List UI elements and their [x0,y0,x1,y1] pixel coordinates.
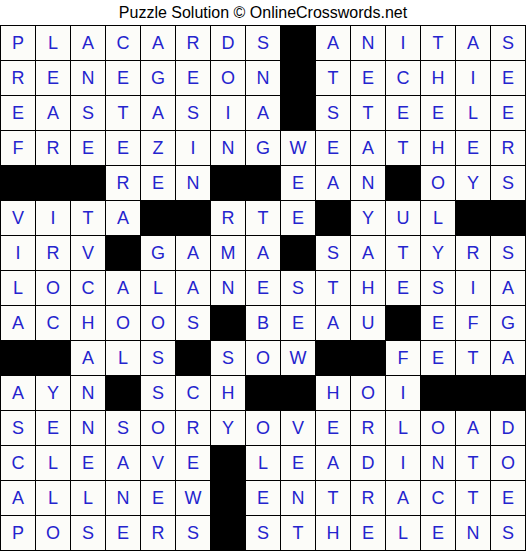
cell-letter: S [152,384,164,402]
letter-cell-r4c15: R [491,131,525,165]
cell-letter: E [292,174,304,192]
letter-cell-r10c14: T [456,341,490,375]
cell-letter: A [502,279,514,297]
letter-cell-r9c2: C [36,306,70,340]
letter-cell-r13c8: L [246,446,280,480]
letter-cell-r12c9: V [281,411,315,445]
cell-letter: E [257,489,269,507]
letter-cell-r3c15: E [491,96,525,130]
letter-cell-r8c6: A [176,271,210,305]
cell-letter: R [12,69,25,87]
letter-cell-r4c10: E [316,131,350,165]
letter-cell-r4c8: G [246,131,280,165]
cell-letter: T [468,349,479,367]
letter-cell-r13c1: C [1,446,35,480]
letter-cell-r11c7: H [211,376,245,410]
cell-letter: S [82,524,94,542]
cell-letter: I [50,209,55,227]
letter-cell-r4c11: A [351,131,385,165]
letter-cell-r1c7: D [211,26,245,60]
letter-cell-r12c13: O [421,411,455,445]
page-title: Puzzle Solution © OnlineCrosswords.net [0,0,526,25]
cell-letter: T [398,139,409,157]
cell-letter: A [327,314,339,332]
letter-cell-r12c15: D [491,411,525,445]
letter-cell-r12c3: N [71,411,105,445]
letter-cell-r6c12: U [386,201,420,235]
cell-letter: C [187,384,200,402]
cell-letter: E [257,279,269,297]
cell-letter: G [151,244,165,262]
letter-cell-r12c5: O [141,411,175,445]
block-cell-r14c7 [211,481,245,515]
cell-letter: E [502,489,514,507]
cell-letter: S [257,524,269,542]
letter-cell-r4c4: E [106,131,140,165]
cell-letter: E [82,139,94,157]
block-cell-r13c7 [211,446,245,480]
cell-letter: O [256,349,270,367]
letter-cell-r2c10: T [316,61,350,95]
cell-letter: R [362,489,375,507]
letter-cell-r1c13: T [421,26,455,60]
letter-cell-r7c13: Y [421,236,455,270]
cell-letter: H [327,524,340,542]
cell-letter: T [433,34,444,52]
letter-cell-r3c7: I [211,96,245,130]
letter-cell-r13c12: I [386,446,420,480]
cell-letter: P [12,524,24,542]
block-cell-r5c7 [211,166,245,200]
cell-letter: L [48,34,58,52]
cell-letter: L [398,419,408,437]
letter-cell-r12c2: E [36,411,70,445]
cell-letter: C [432,489,445,507]
cell-letter: T [118,104,129,122]
cell-letter: H [432,139,445,157]
cell-letter: F [398,349,409,367]
letter-cell-r8c10: T [316,271,350,305]
block-cell-r11c13 [421,376,455,410]
cell-letter: I [225,104,230,122]
letter-cell-r12c12: L [386,411,420,445]
letter-cell-r9c1: A [1,306,35,340]
letter-cell-r5c4: R [106,166,140,200]
cell-letter: E [117,139,129,157]
letter-cell-r15c14: N [456,516,490,550]
letter-cell-r5c13: O [421,166,455,200]
cell-letter: S [82,104,94,122]
letter-cell-r14c11: R [351,481,385,515]
letter-cell-r11c10: H [316,376,350,410]
letter-cell-r2c2: E [36,61,70,95]
letter-cell-r2c7: O [211,61,245,95]
cell-letter: E [432,349,444,367]
block-cell-r11c8 [246,376,280,410]
cell-letter: E [12,104,24,122]
letter-cell-r5c11: N [351,166,385,200]
letter-cell-r5c15: S [491,166,525,200]
cell-letter: S [502,34,514,52]
letter-cell-r9c10: A [316,306,350,340]
letter-cell-r12c10: E [316,411,350,445]
letter-cell-r1c15: S [491,26,525,60]
cell-letter: L [13,279,23,297]
letter-cell-r6c2: I [36,201,70,235]
letter-cell-r6c4: A [106,201,140,235]
cell-letter: A [467,34,479,52]
cell-letter: Y [467,174,479,192]
block-cell-r6c5 [141,201,175,235]
letter-cell-r14c13: C [421,481,455,515]
cell-letter: M [221,244,236,262]
cell-letter: R [187,419,200,437]
cell-letter: E [397,279,409,297]
letter-cell-r5c6: N [176,166,210,200]
cell-letter: R [502,139,515,157]
letter-cell-r4c1: F [1,131,35,165]
letter-cell-r15c6: S [176,516,210,550]
cell-letter: L [433,209,443,227]
letter-cell-r11c12: I [386,376,420,410]
letter-cell-r11c1: A [1,376,35,410]
cell-letter: T [328,69,339,87]
cell-letter: S [187,314,199,332]
cell-letter: A [327,34,339,52]
letter-cell-r15c3: S [71,516,105,550]
letter-cell-r14c4: N [106,481,140,515]
cell-letter: E [152,174,164,192]
letter-cell-r3c13: E [421,96,455,130]
letter-cell-r5c14: Y [456,166,490,200]
cell-letter: N [117,489,130,507]
cell-letter: W [290,139,307,157]
letter-cell-r8c1: L [1,271,35,305]
cell-letter: I [190,139,195,157]
cell-letter: I [15,244,20,262]
cell-letter: O [256,419,270,437]
letter-cell-r15c1: P [1,516,35,550]
letter-cell-r4c9: W [281,131,315,165]
cell-letter: N [82,69,95,87]
cell-letter: L [153,279,163,297]
letter-cell-r14c8: E [246,481,280,515]
letter-cell-r3c14: L [456,96,490,130]
cell-letter: T [293,524,304,542]
letter-cell-r2c1: R [1,61,35,95]
cell-letter: A [327,454,339,472]
letter-cell-r1c11: N [351,26,385,60]
letter-cell-r12c7: Y [211,411,245,445]
cell-letter: E [187,454,199,472]
cell-letter: A [152,104,164,122]
letter-cell-r11c3: N [71,376,105,410]
cell-letter: T [398,244,409,262]
letter-cell-r10c4: L [106,341,140,375]
letter-cell-r9c4: O [106,306,140,340]
letter-cell-r10c7: S [211,341,245,375]
cell-letter: A [467,419,479,437]
cell-letter: C [117,34,130,52]
letter-cell-r6c1: V [1,201,35,235]
letter-cell-r11c6: C [176,376,210,410]
cell-letter: H [222,384,235,402]
letter-cell-r1c14: A [456,26,490,60]
letter-cell-r14c3: L [71,481,105,515]
letter-cell-r12c8: O [246,411,280,445]
letter-cell-r11c5: S [141,376,175,410]
letter-cell-r7c7: M [211,236,245,270]
block-cell-r11c14 [456,376,490,410]
cell-letter: O [151,314,165,332]
letter-cell-r1c2: L [36,26,70,60]
letter-cell-r4c14: E [456,131,490,165]
cell-letter: S [292,279,304,297]
letter-cell-r3c11: T [351,96,385,130]
cell-letter: N [362,34,375,52]
block-cell-r3c9 [281,96,315,130]
letter-cell-r2c5: G [141,61,175,95]
block-cell-r15c7 [211,516,245,550]
block-cell-r1c9 [281,26,315,60]
cell-letter: H [327,384,340,402]
cell-letter: L [118,349,128,367]
cell-letter: S [222,349,234,367]
letter-cell-r13c13: N [421,446,455,480]
letter-cell-r8c5: L [141,271,175,305]
cell-letter: W [185,489,202,507]
letter-cell-r6c13: L [421,201,455,235]
letter-cell-r15c12: L [386,516,420,550]
block-cell-r10c11 [351,341,385,375]
cell-letter: I [400,454,405,472]
cell-letter: N [187,174,200,192]
letter-cell-r6c7: R [211,201,245,235]
letter-cell-r2c3: N [71,61,105,95]
letter-cell-r9c6: S [176,306,210,340]
cell-letter: Z [153,139,164,157]
letter-cell-r14c15: E [491,481,525,515]
letter-cell-r3c3: S [71,96,105,130]
cell-letter: V [12,209,24,227]
cell-letter: N [467,524,480,542]
cell-letter: E [187,69,199,87]
letter-cell-r7c2: R [36,236,70,270]
cell-letter: E [292,209,304,227]
letter-cell-r14c1: A [1,481,35,515]
cell-letter: S [12,419,24,437]
cell-letter: V [152,454,164,472]
cell-letter: L [468,104,478,122]
cell-letter: O [431,174,445,192]
cell-letter: S [327,104,339,122]
block-cell-r9c12 [386,306,420,340]
cell-letter: R [467,244,480,262]
block-cell-r5c2 [36,166,70,200]
cell-letter: R [117,174,130,192]
block-cell-r11c15 [491,376,525,410]
cell-letter: S [257,34,269,52]
cell-letter: G [501,314,515,332]
cell-letter: L [48,489,58,507]
cell-letter: E [327,419,339,437]
letter-cell-r3c6: S [176,96,210,130]
letter-cell-r7c3: V [71,236,105,270]
cell-letter: Y [362,209,374,227]
letter-cell-r15c2: O [36,516,70,550]
letter-cell-r3c1: E [1,96,35,130]
letter-cell-r1c8: S [246,26,280,60]
letter-cell-r14c5: E [141,481,175,515]
letter-cell-r11c2: Y [36,376,70,410]
cell-letter: O [116,314,130,332]
letter-cell-r1c1: P [1,26,35,60]
letter-cell-r13c5: V [141,446,175,480]
cell-letter: A [502,349,514,367]
block-cell-r6c14 [456,201,490,235]
letter-cell-r4c5: Z [141,131,175,165]
cell-letter: R [187,34,200,52]
letter-cell-r9c15: G [491,306,525,340]
cell-letter: T [363,104,374,122]
cell-letter: S [152,349,164,367]
letter-cell-r13c14: T [456,446,490,480]
letter-cell-r8c15: A [491,271,525,305]
cell-letter: D [362,454,375,472]
block-cell-r6c10 [316,201,350,235]
cell-letter: H [82,314,95,332]
cell-letter: N [292,489,305,507]
letter-cell-r7c15: S [491,236,525,270]
letter-cell-r6c8: T [246,201,280,235]
letter-cell-r7c14: R [456,236,490,270]
letter-cell-r9c5: O [141,306,175,340]
cell-letter: Y [222,419,234,437]
letter-cell-r4c3: E [71,131,105,165]
letter-cell-r15c15: S [491,516,525,550]
block-cell-r5c12 [386,166,420,200]
letter-cell-r11c11: O [351,376,385,410]
cell-letter: A [82,349,94,367]
cell-letter: C [47,314,60,332]
cell-letter: R [362,419,375,437]
cell-letter: E [82,454,94,472]
letter-cell-r4c13: H [421,131,455,165]
cell-letter: E [292,314,304,332]
letter-cell-r9c11: U [351,306,385,340]
cell-letter: O [46,524,60,542]
letter-cell-r13c2: L [36,446,70,480]
block-cell-r10c10 [316,341,350,375]
letter-cell-r2c14: I [456,61,490,95]
cell-letter: O [361,384,375,402]
letter-cell-r3c5: A [141,96,175,130]
letter-cell-r14c6: W [176,481,210,515]
cell-letter: F [13,139,24,157]
cell-letter: C [397,69,410,87]
cell-letter: L [83,489,93,507]
letter-cell-r7c5: G [141,236,175,270]
cell-letter: E [327,139,339,157]
letter-cell-r6c9: E [281,201,315,235]
letter-cell-r5c5: E [141,166,175,200]
cell-letter: I [470,69,475,87]
cell-letter: N [82,419,95,437]
letter-cell-r7c10: S [316,236,350,270]
cell-letter: N [222,279,235,297]
letter-cell-r1c5: A [141,26,175,60]
cell-letter: R [222,209,235,227]
cell-letter: E [362,524,374,542]
letter-cell-r2c11: E [351,61,385,95]
cell-letter: L [48,454,58,472]
cell-letter: R [152,524,165,542]
cell-letter: R [47,139,60,157]
cell-letter: A [187,244,199,262]
cell-letter: D [222,34,235,52]
letter-cell-r2c12: C [386,61,420,95]
cell-letter: S [502,524,514,542]
letter-cell-r8c3: C [71,271,105,305]
letter-cell-r12c4: S [106,411,140,445]
crossword-grid: PLACARDSANITASRENEGEONTECHIEEASTASIASTEE… [0,25,526,551]
letter-cell-r3c12: E [386,96,420,130]
letter-cell-r9c8: B [246,306,280,340]
letter-cell-r7c12: T [386,236,420,270]
letter-cell-r2c8: N [246,61,280,95]
cell-letter: N [432,454,445,472]
cell-letter: I [400,34,405,52]
letter-cell-r10c12: F [386,341,420,375]
letter-cell-r12c11: R [351,411,385,445]
letter-cell-r2c13: H [421,61,455,95]
block-cell-r5c1 [1,166,35,200]
letter-cell-r9c14: F [456,306,490,340]
cell-letter: U [362,314,375,332]
letter-cell-r1c3: A [71,26,105,60]
cell-letter: A [187,279,199,297]
cell-letter: E [432,524,444,542]
letter-cell-r5c9: E [281,166,315,200]
letter-cell-r1c12: I [386,26,420,60]
cell-letter: E [432,104,444,122]
letter-cell-r13c4: A [106,446,140,480]
cell-letter: A [397,489,409,507]
cell-letter: E [117,69,129,87]
block-cell-r2c9 [281,61,315,95]
letter-cell-r13c10: A [316,446,350,480]
cell-letter: O [151,419,165,437]
cell-letter: N [82,384,95,402]
cell-letter: T [258,209,269,227]
cell-letter: E [47,69,59,87]
letter-cell-r4c2: R [36,131,70,165]
cell-letter: S [432,279,444,297]
cell-letter: E [467,139,479,157]
letter-cell-r3c8: A [246,96,280,130]
letter-cell-r10c9: W [281,341,315,375]
cell-letter: E [502,69,514,87]
letter-cell-r2c4: E [106,61,140,95]
cell-letter: T [468,489,479,507]
letter-cell-r4c7: N [211,131,245,165]
letter-cell-r7c1: I [1,236,35,270]
letter-cell-r15c10: H [316,516,350,550]
cell-letter: V [292,419,304,437]
letter-cell-r9c9: E [281,306,315,340]
cell-letter: P [12,34,24,52]
cell-letter: A [47,104,59,122]
